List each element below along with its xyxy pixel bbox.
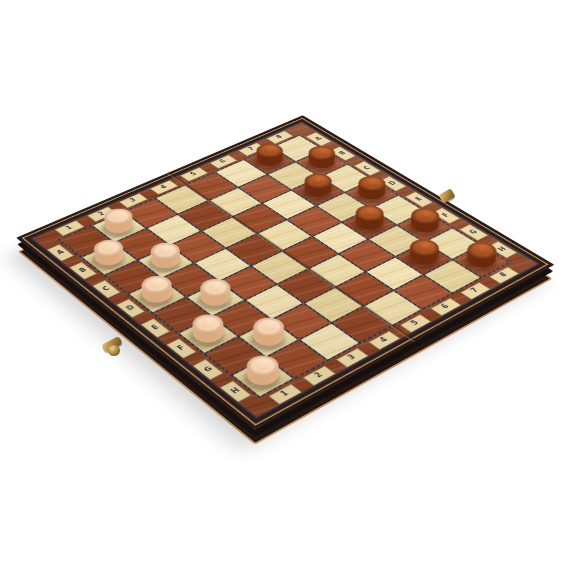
light-checker-h1[interactable] xyxy=(241,363,285,391)
product-photo-stage: AABBCCDDEEFFGGHH8877665544332211 xyxy=(0,0,572,572)
board-face: AABBCCDDEEFFGGHH8877665544332211 xyxy=(16,115,554,430)
brass-latch-icon xyxy=(438,190,456,202)
light-checker-b1[interactable] xyxy=(90,247,129,270)
brass-clasp-icon xyxy=(100,336,126,358)
board-grid xyxy=(57,134,511,398)
light-checker-d1[interactable] xyxy=(137,283,178,307)
dark-checker-e7[interactable] xyxy=(350,213,389,235)
board-3d: AABBCCDDEEFFGGHH8877665544332211 xyxy=(16,115,554,430)
